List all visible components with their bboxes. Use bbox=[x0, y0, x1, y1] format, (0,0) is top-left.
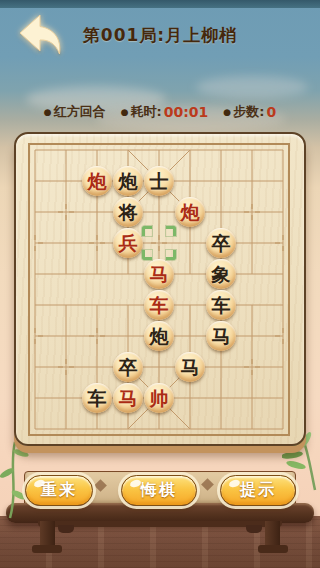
turn-label: 红方回合 bbox=[54, 103, 106, 121]
move-counter: ●步数:0 bbox=[223, 103, 276, 121]
piece-black[interactable]: 卒 bbox=[206, 228, 236, 258]
piece-red[interactable]: 炮 bbox=[82, 166, 112, 196]
moves-value: 0 bbox=[266, 104, 276, 120]
selection-corner bbox=[142, 226, 152, 236]
selection-corner bbox=[142, 250, 152, 260]
piece-black[interactable]: 士 bbox=[144, 166, 174, 196]
piece-black[interactable]: 马 bbox=[206, 321, 236, 351]
time-indicator: ●耗时:00:01 bbox=[121, 103, 209, 121]
page-title: 第001局:月上柳梢 bbox=[60, 24, 260, 47]
wood-floor bbox=[0, 516, 320, 568]
piece-black[interactable]: 炮 bbox=[144, 321, 174, 351]
piece-red[interactable]: 车 bbox=[144, 290, 174, 320]
xiangqi-board[interactable]: 炮炮士将炮兵卒马象车车炮马卒马车马帅 bbox=[14, 132, 306, 446]
piece-black[interactable]: 马 bbox=[175, 352, 205, 382]
status-strip bbox=[0, 0, 320, 8]
piece-red[interactable]: 马 bbox=[144, 259, 174, 289]
piece-red[interactable]: 帅 bbox=[144, 383, 174, 413]
bullet-icon: ● bbox=[223, 106, 231, 119]
turn-indicator: ●红方回合 bbox=[44, 103, 106, 121]
piece-black[interactable]: 车 bbox=[206, 290, 236, 320]
bullet-icon: ● bbox=[121, 106, 129, 119]
piece-black[interactable]: 车 bbox=[82, 383, 112, 413]
hint-button[interactable]: 提示 bbox=[220, 475, 296, 506]
piece-red[interactable]: 兵 bbox=[113, 228, 143, 258]
moves-label: 步数: bbox=[233, 103, 264, 121]
undo-button[interactable]: 悔棋 bbox=[121, 475, 197, 506]
piece-black[interactable]: 卒 bbox=[113, 352, 143, 382]
piece-black[interactable]: 将 bbox=[113, 197, 143, 227]
cloud bbox=[196, 76, 308, 98]
restart-button[interactable]: 重来 bbox=[25, 475, 93, 506]
selection-corner bbox=[166, 226, 176, 236]
back-button[interactable] bbox=[12, 8, 64, 60]
time-label: 耗时: bbox=[131, 103, 162, 121]
back-arrow-icon bbox=[12, 8, 64, 60]
piece-black[interactable]: 炮 bbox=[113, 166, 143, 196]
piece-black[interactable]: 象 bbox=[206, 259, 236, 289]
status-bar: ●红方回合 ●耗时:00:01 ●步数:0 bbox=[0, 103, 320, 121]
bullet-icon: ● bbox=[44, 106, 52, 119]
selection-marker bbox=[142, 226, 176, 260]
app-screen: 第001局:月上柳梢 ●红方回合 ●耗时:00:01 ●步数:0 bbox=[0, 0, 320, 568]
selection-corner bbox=[166, 250, 176, 260]
piece-red[interactable]: 炮 bbox=[175, 197, 205, 227]
time-value: 00:01 bbox=[164, 104, 209, 120]
piece-red[interactable]: 马 bbox=[113, 383, 143, 413]
